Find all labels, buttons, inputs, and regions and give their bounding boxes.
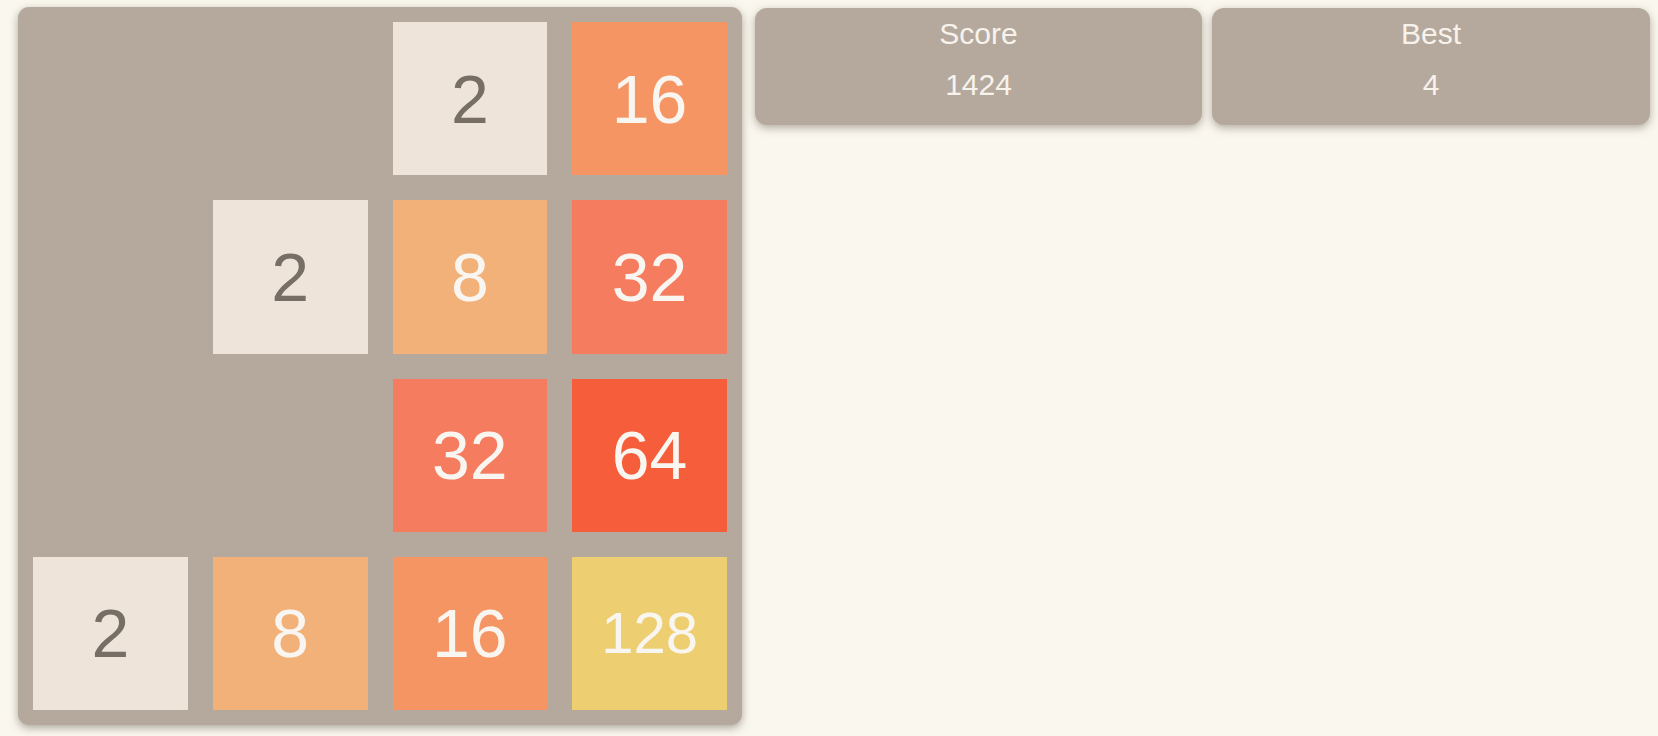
cell-empty: [33, 379, 188, 532]
tile-2: 2: [213, 200, 368, 353]
board-grid[interactable]: 216283232642816128: [18, 7, 742, 725]
score-value: 1424: [945, 68, 1012, 102]
tile-16: 16: [393, 557, 548, 710]
cell-empty: [33, 200, 188, 353]
tile-8: 8: [213, 557, 368, 710]
score-label: Score: [939, 17, 1017, 51]
cell-empty: [213, 22, 368, 175]
cell-empty: [213, 379, 368, 532]
tile-2: 2: [33, 557, 188, 710]
tile-32: 32: [393, 379, 548, 532]
score-panel: Score 1424: [755, 8, 1202, 125]
tile-64: 64: [572, 379, 727, 532]
tile-2: 2: [393, 22, 548, 175]
cell-empty: [33, 22, 188, 175]
best-value: 4: [1423, 68, 1440, 102]
best-panel: Best 4: [1212, 8, 1650, 125]
tile-8: 8: [393, 200, 548, 353]
tile-32: 32: [572, 200, 727, 353]
tile-16: 16: [572, 22, 727, 175]
tile-128: 128: [572, 557, 727, 710]
best-label: Best: [1401, 17, 1461, 51]
